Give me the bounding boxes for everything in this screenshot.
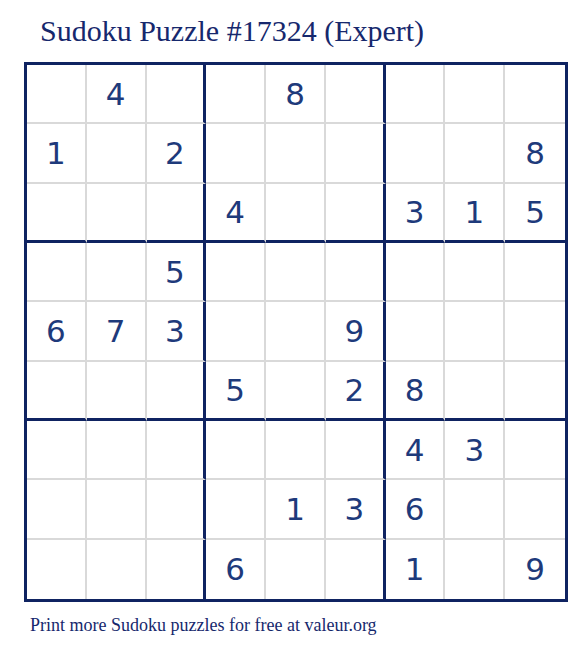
cell-r3c9-given: 5 (505, 184, 565, 243)
cell-r3c2-empty (87, 184, 147, 243)
cell-r6c4-given: 5 (206, 362, 266, 421)
cell-r6c3-empty (147, 362, 207, 421)
cell-r5c7-empty (386, 302, 446, 361)
cell-r1c5-given: 8 (266, 65, 326, 124)
cell-r1c3-empty (147, 65, 207, 124)
cell-r8c7-given: 6 (386, 480, 446, 539)
cell-r5c3-given: 3 (147, 302, 207, 361)
cell-r9c2-empty (87, 540, 147, 599)
cell-r4c4-empty (206, 243, 266, 302)
cell-r1c4-empty (206, 65, 266, 124)
cell-r8c2-empty (87, 480, 147, 539)
cell-r9c3-empty (147, 540, 207, 599)
cell-r3c7-given: 3 (386, 184, 446, 243)
cell-r4c3-given: 5 (147, 243, 207, 302)
cell-r7c5-empty (266, 421, 326, 480)
cell-r7c9-empty (505, 421, 565, 480)
cell-r6c8-empty (445, 362, 505, 421)
cell-r1c6-empty (326, 65, 386, 124)
cell-r7c1-empty (27, 421, 87, 480)
cell-r8c1-empty (27, 480, 87, 539)
cell-r1c7-empty (386, 65, 446, 124)
cell-r5c8-empty (445, 302, 505, 361)
cell-r1c8-empty (445, 65, 505, 124)
cell-r3c1-empty (27, 184, 87, 243)
cell-r4c8-empty (445, 243, 505, 302)
cell-r2c7-empty (386, 124, 446, 183)
cell-r5c5-empty (266, 302, 326, 361)
cell-r7c4-empty (206, 421, 266, 480)
cell-r9c8-empty (445, 540, 505, 599)
cell-r4c5-empty (266, 243, 326, 302)
cell-r4c2-empty (87, 243, 147, 302)
cell-r2c3-given: 2 (147, 124, 207, 183)
cell-r2c1-given: 1 (27, 124, 87, 183)
cell-r5c4-empty (206, 302, 266, 361)
cell-r2c4-empty (206, 124, 266, 183)
sudoku-print-page: Sudoku Puzzle #17324 (Expert) 4812843155… (0, 0, 580, 651)
cell-r1c1-empty (27, 65, 87, 124)
cell-r9c1-empty (27, 540, 87, 599)
cell-r7c7-given: 4 (386, 421, 446, 480)
cell-r7c8-given: 3 (445, 421, 505, 480)
cell-r3c5-empty (266, 184, 326, 243)
cell-r4c7-empty (386, 243, 446, 302)
cell-r8c8-empty (445, 480, 505, 539)
cell-r9c5-empty (266, 540, 326, 599)
cell-r2c6-empty (326, 124, 386, 183)
cell-r2c9-given: 8 (505, 124, 565, 183)
page-title: Sudoku Puzzle #17324 (Expert) (40, 14, 424, 48)
cell-r5c1-given: 6 (27, 302, 87, 361)
cell-r2c8-empty (445, 124, 505, 183)
cell-r8c5-given: 1 (266, 480, 326, 539)
cell-r7c3-empty (147, 421, 207, 480)
cell-r6c5-empty (266, 362, 326, 421)
footer-text: Print more Sudoku puzzles for free at va… (30, 613, 377, 637)
cell-r9c6-empty (326, 540, 386, 599)
cell-r7c2-empty (87, 421, 147, 480)
cell-r3c6-empty (326, 184, 386, 243)
cell-r4c6-empty (326, 243, 386, 302)
cell-r3c4-given: 4 (206, 184, 266, 243)
cell-r5c6-given: 9 (326, 302, 386, 361)
cell-r7c6-empty (326, 421, 386, 480)
cell-r2c2-empty (87, 124, 147, 183)
cell-r6c9-empty (505, 362, 565, 421)
cell-r4c1-empty (27, 243, 87, 302)
cell-r6c7-given: 8 (386, 362, 446, 421)
cell-r9c9-given: 9 (505, 540, 565, 599)
cell-r4c9-empty (505, 243, 565, 302)
cell-r8c9-empty (505, 480, 565, 539)
cell-r8c4-empty (206, 480, 266, 539)
cell-r6c1-empty (27, 362, 87, 421)
cell-r1c2-given: 4 (87, 65, 147, 124)
cell-r3c8-given: 1 (445, 184, 505, 243)
cell-r8c6-given: 3 (326, 480, 386, 539)
cell-r6c6-given: 2 (326, 362, 386, 421)
cell-r5c2-given: 7 (87, 302, 147, 361)
cell-r3c3-empty (147, 184, 207, 243)
cell-r9c4-given: 6 (206, 540, 266, 599)
cell-r6c2-empty (87, 362, 147, 421)
cell-r2c5-empty (266, 124, 326, 183)
cell-r8c3-empty (147, 480, 207, 539)
cell-r1c9-empty (505, 65, 565, 124)
cell-r9c7-given: 1 (386, 540, 446, 599)
sudoku-board: 4812843155673952843136619 (24, 62, 568, 602)
cell-r5c9-empty (505, 302, 565, 361)
